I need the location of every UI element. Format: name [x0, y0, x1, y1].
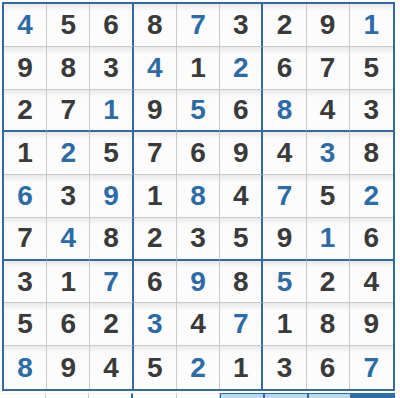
cell-r7c3[interactable]: 7 [90, 261, 133, 304]
strip-cell-5[interactable] [177, 393, 221, 398]
cell-r1c8[interactable]: 9 [307, 4, 350, 47]
cell-r3c2[interactable]: 7 [47, 90, 90, 133]
cell-r3c6[interactable]: 6 [220, 90, 263, 133]
cell-r6c3[interactable]: 8 [90, 218, 133, 261]
cell-r5c6[interactable]: 4 [220, 175, 263, 218]
cell-r9c9[interactable]: 7 [350, 346, 393, 389]
cell-r3c9[interactable]: 3 [350, 90, 393, 133]
cell-r6c6[interactable]: 5 [220, 218, 263, 261]
cell-r9c5[interactable]: 2 [177, 346, 220, 389]
cell-r1c6[interactable]: 3 [220, 4, 263, 47]
cell-r7c5[interactable]: 9 [177, 261, 220, 304]
number-strip-cutoff [2, 393, 395, 398]
cell-r4c8[interactable]: 3 [307, 132, 350, 175]
cell-r5c1[interactable]: 6 [4, 175, 47, 218]
cell-r6c1[interactable]: 7 [4, 218, 47, 261]
cell-r2c8[interactable]: 7 [307, 47, 350, 90]
cell-r3c4[interactable]: 9 [134, 90, 177, 133]
cell-r1c7[interactable]: 2 [263, 4, 306, 47]
cell-r1c1[interactable]: 4 [4, 4, 47, 47]
cell-r8c6[interactable]: 7 [220, 303, 263, 346]
cell-r2c7[interactable]: 6 [263, 47, 306, 90]
sudoku-board: 4568732919834126752719568431257694386391… [2, 2, 395, 391]
cell-r7c6[interactable]: 8 [220, 261, 263, 304]
cell-r1c5[interactable]: 7 [177, 4, 220, 47]
cell-r1c3[interactable]: 6 [90, 4, 133, 47]
cell-r2c9[interactable]: 5 [350, 47, 393, 90]
cell-r6c8[interactable]: 1 [307, 218, 350, 261]
cell-r2c5[interactable]: 1 [177, 47, 220, 90]
cell-r9c1[interactable]: 8 [4, 346, 47, 389]
cell-r6c7[interactable]: 9 [263, 218, 306, 261]
cell-r7c4[interactable]: 6 [134, 261, 177, 304]
cell-r2c3[interactable]: 3 [90, 47, 133, 90]
cell-r9c3[interactable]: 4 [90, 346, 133, 389]
cell-r2c2[interactable]: 8 [47, 47, 90, 90]
strip-cell-1[interactable] [2, 393, 46, 398]
cell-r8c1[interactable]: 5 [4, 303, 47, 346]
cell-r4c5[interactable]: 6 [177, 132, 220, 175]
cell-r7c2[interactable]: 1 [47, 261, 90, 304]
cell-r4c3[interactable]: 5 [90, 132, 133, 175]
cell-r3c1[interactable]: 2 [4, 90, 47, 133]
cell-r8c7[interactable]: 1 [263, 303, 306, 346]
cell-r6c9[interactable]: 6 [350, 218, 393, 261]
strip-cell-9[interactable] [351, 393, 395, 398]
cell-r5c9[interactable]: 2 [350, 175, 393, 218]
cell-r8c2[interactable]: 6 [47, 303, 90, 346]
cell-r2c4[interactable]: 4 [134, 47, 177, 90]
cell-r4c9[interactable]: 8 [350, 132, 393, 175]
cell-r7c1[interactable]: 3 [4, 261, 47, 304]
cell-r4c6[interactable]: 9 [220, 132, 263, 175]
cell-r4c7[interactable]: 4 [263, 132, 306, 175]
cell-r6c2[interactable]: 4 [47, 218, 90, 261]
cell-r2c6[interactable]: 2 [220, 47, 263, 90]
cell-r5c2[interactable]: 3 [47, 175, 90, 218]
cell-r5c5[interactable]: 8 [177, 175, 220, 218]
cell-r9c2[interactable]: 9 [47, 346, 90, 389]
strip-cell-3[interactable] [89, 393, 133, 398]
cell-r7c8[interactable]: 2 [307, 261, 350, 304]
cell-r5c4[interactable]: 1 [134, 175, 177, 218]
strip-cell-6[interactable] [220, 393, 264, 398]
strip-cell-2[interactable] [46, 393, 90, 398]
cell-r8c9[interactable]: 9 [350, 303, 393, 346]
cell-r4c1[interactable]: 1 [4, 132, 47, 175]
cell-r8c5[interactable]: 4 [177, 303, 220, 346]
cell-r6c4[interactable]: 2 [134, 218, 177, 261]
cell-r4c2[interactable]: 2 [47, 132, 90, 175]
cell-r1c2[interactable]: 5 [47, 4, 90, 47]
cell-r1c4[interactable]: 8 [134, 4, 177, 47]
strip-cell-7[interactable] [264, 393, 308, 398]
cell-r5c3[interactable]: 9 [90, 175, 133, 218]
strip-cell-8[interactable] [308, 393, 352, 398]
cell-r2c1[interactable]: 9 [4, 47, 47, 90]
cell-r3c8[interactable]: 4 [307, 90, 350, 133]
cell-r8c4[interactable]: 3 [134, 303, 177, 346]
cell-r8c8[interactable]: 8 [307, 303, 350, 346]
cell-r7c7[interactable]: 5 [263, 261, 306, 304]
cell-r3c7[interactable]: 8 [263, 90, 306, 133]
cell-r3c3[interactable]: 1 [90, 90, 133, 133]
cell-r7c9[interactable]: 4 [350, 261, 393, 304]
cell-r9c8[interactable]: 6 [307, 346, 350, 389]
cell-r8c3[interactable]: 2 [90, 303, 133, 346]
cell-r5c7[interactable]: 7 [263, 175, 306, 218]
cell-r5c8[interactable]: 5 [307, 175, 350, 218]
cell-r9c7[interactable]: 3 [263, 346, 306, 389]
cell-r1c9[interactable]: 1 [350, 4, 393, 47]
strip-cell-4[interactable] [133, 393, 177, 398]
cell-r9c6[interactable]: 1 [220, 346, 263, 389]
cell-r3c5[interactable]: 5 [177, 90, 220, 133]
cell-r6c5[interactable]: 3 [177, 218, 220, 261]
cell-r4c4[interactable]: 7 [134, 132, 177, 175]
cell-r9c4[interactable]: 5 [134, 346, 177, 389]
